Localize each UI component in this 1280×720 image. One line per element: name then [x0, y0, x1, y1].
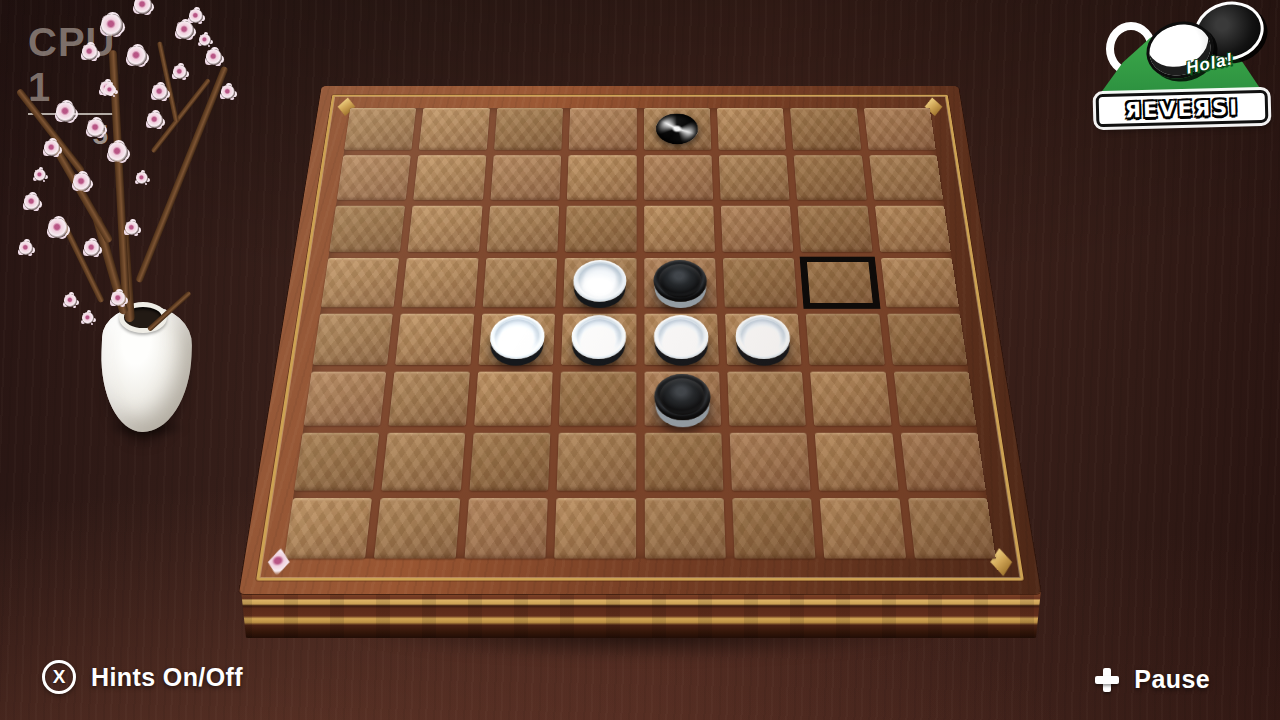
- cherry-blossom: [84, 240, 100, 256]
- cell-g7[interactable]: [815, 433, 898, 490]
- cell-f8[interactable]: [732, 498, 816, 559]
- board-top-face: [239, 86, 1041, 594]
- cell-a1[interactable]: [344, 108, 416, 150]
- blossom-branch: [135, 66, 228, 284]
- cell-a7[interactable]: [294, 433, 379, 490]
- black-disc: [654, 374, 711, 420]
- cell-e1[interactable]: [644, 108, 712, 150]
- cell-d5[interactable]: [561, 313, 636, 365]
- cell-e6[interactable]: [644, 372, 721, 426]
- cell-b3[interactable]: [408, 206, 482, 253]
- cell-d2[interactable]: [567, 156, 636, 200]
- cherry-blossom: [56, 102, 76, 122]
- cherry-blossom: [48, 218, 68, 238]
- cell-h2[interactable]: [869, 156, 943, 200]
- cell-d8[interactable]: [554, 498, 635, 559]
- cell-h5[interactable]: [887, 313, 968, 365]
- white-disc: [573, 260, 627, 302]
- cell-e5[interactable]: [644, 313, 719, 365]
- cell-c3[interactable]: [487, 206, 560, 253]
- cell-e8[interactable]: [644, 498, 725, 559]
- cell-e7[interactable]: [644, 433, 723, 490]
- cell-c8[interactable]: [464, 498, 548, 559]
- cell-e3[interactable]: [644, 206, 715, 253]
- cherry-blossom: [101, 14, 123, 36]
- hints-label: Hints On/Off: [91, 663, 243, 692]
- cell-g2[interactable]: [794, 156, 867, 200]
- cell-f1[interactable]: [717, 108, 786, 150]
- cell-c2[interactable]: [490, 156, 561, 200]
- cell-b4[interactable]: [402, 258, 478, 307]
- cell-g4[interactable]: [802, 258, 878, 307]
- cherry-blossom: [221, 85, 235, 99]
- cherry-blossom: [152, 84, 168, 100]
- cherry-blossom: [147, 112, 163, 128]
- cherry-blossom: [82, 44, 98, 60]
- reversi-board: [239, 86, 1041, 594]
- board-front-edge: [238, 592, 1044, 638]
- move-hint-square[interactable]: [799, 257, 880, 309]
- cherry-blossom: [24, 194, 40, 210]
- cell-c5[interactable]: [478, 313, 555, 365]
- board-grid: [284, 108, 996, 559]
- cell-h3[interactable]: [875, 206, 951, 253]
- cherry-blossom: [104, 84, 116, 96]
- cherry-blossom: [108, 142, 128, 162]
- cherry-blossom: [82, 312, 94, 324]
- cell-a2[interactable]: [337, 156, 411, 200]
- cell-h8[interactable]: [908, 498, 996, 559]
- white-disc: [571, 315, 626, 359]
- cell-f5[interactable]: [725, 313, 802, 365]
- cherry-blossom-vase: [0, 0, 260, 470]
- blossom-branch: [157, 41, 179, 122]
- cell-d1[interactable]: [569, 108, 637, 150]
- cell-b7[interactable]: [382, 433, 465, 490]
- white-disc: [735, 315, 792, 359]
- cherry-blossom: [111, 291, 126, 306]
- cell-a4[interactable]: [321, 258, 399, 307]
- cell-c6[interactable]: [474, 372, 553, 426]
- cell-f2[interactable]: [719, 156, 790, 200]
- black-disc: [653, 260, 707, 302]
- cherry-blossom: [134, 0, 152, 14]
- cell-h7[interactable]: [900, 433, 985, 490]
- cell-e2[interactable]: [644, 156, 713, 200]
- cherry-blossom: [64, 294, 77, 307]
- cell-b2[interactable]: [414, 156, 487, 200]
- reversi-logo: Hola! ЯEVEЯSI: [1092, 0, 1276, 138]
- cherry-blossom: [206, 49, 222, 65]
- cell-a5[interactable]: [313, 313, 394, 365]
- cell-g8[interactable]: [820, 498, 906, 559]
- reversi-game-screen: CPU 1 5 Hola! ЯEVEЯSI X Hints On/Off Pau…: [0, 0, 1280, 720]
- cell-c7[interactable]: [469, 433, 550, 490]
- cell-f7[interactable]: [730, 433, 811, 490]
- cherry-blossom: [199, 34, 211, 46]
- cherry-blossom: [127, 46, 147, 66]
- cell-f4[interactable]: [723, 258, 798, 307]
- cell-b5[interactable]: [395, 313, 474, 365]
- cell-h6[interactable]: [893, 372, 976, 426]
- cherry-blossom: [136, 172, 148, 184]
- cell-f3[interactable]: [721, 206, 794, 253]
- white-disc: [488, 315, 545, 359]
- cell-a3[interactable]: [329, 206, 405, 253]
- cherry-blossom: [189, 9, 203, 23]
- cell-g6[interactable]: [810, 372, 891, 426]
- cherry-blossom: [19, 241, 33, 255]
- blossom-branch: [15, 88, 85, 174]
- cherry-blossom: [176, 21, 194, 39]
- cell-d7[interactable]: [557, 433, 636, 490]
- cell-b6[interactable]: [389, 372, 470, 426]
- cell-a6[interactable]: [304, 372, 387, 426]
- cell-g1[interactable]: [790, 108, 861, 150]
- cell-d4[interactable]: [563, 258, 636, 307]
- cell-b8[interactable]: [374, 498, 460, 559]
- white-disc: [653, 315, 708, 359]
- cherry-blossom: [73, 173, 91, 191]
- cell-h4[interactable]: [881, 258, 959, 307]
- cell-c4[interactable]: [483, 258, 558, 307]
- cherry-blossom: [34, 169, 46, 181]
- cherry-blossom: [44, 140, 60, 156]
- cell-a8[interactable]: [284, 498, 372, 559]
- flipping-disc: [656, 113, 699, 144]
- cell-d3[interactable]: [565, 206, 636, 253]
- x-button-icon[interactable]: X: [42, 660, 76, 694]
- cherry-blossom: [125, 221, 139, 235]
- hints-toggle[interactable]: X Hints On/Off: [42, 660, 243, 694]
- cell-b1[interactable]: [419, 108, 490, 150]
- cell-g3[interactable]: [798, 206, 872, 253]
- cell-e4[interactable]: [644, 258, 717, 307]
- logo-title: ЯEVEЯSI: [1096, 90, 1269, 127]
- cell-g5[interactable]: [806, 313, 885, 365]
- pause-label: Pause: [1134, 665, 1210, 694]
- cell-d6[interactable]: [559, 372, 636, 426]
- cell-c1[interactable]: [494, 108, 563, 150]
- cell-h1[interactable]: [864, 108, 936, 150]
- pause-control[interactable]: Pause: [1095, 665, 1210, 694]
- plus-button-icon[interactable]: [1095, 668, 1119, 692]
- cherry-blossom: [173, 65, 187, 79]
- cherry-blossom: [87, 119, 105, 137]
- cell-f6[interactable]: [727, 372, 806, 426]
